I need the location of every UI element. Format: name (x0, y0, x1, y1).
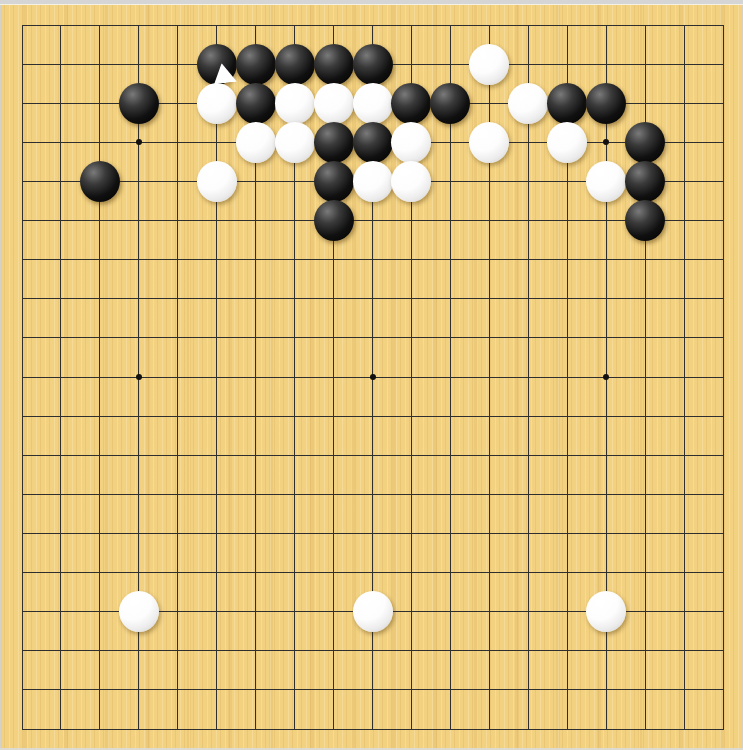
grid-line-vertical (723, 25, 724, 730)
black-stone (547, 83, 587, 124)
grid-line-horizontal (22, 298, 724, 299)
black-stone (314, 122, 354, 163)
black-stone (391, 83, 431, 124)
last-move-marker (212, 61, 237, 83)
white-stone (275, 83, 315, 124)
black-stone (236, 44, 276, 85)
grid-line-vertical (684, 25, 685, 730)
grid-line-horizontal (22, 416, 724, 417)
black-stone (625, 161, 665, 202)
black-stone (119, 83, 159, 124)
black-stone (625, 200, 665, 241)
grid-line-horizontal (22, 220, 724, 221)
star-point (603, 374, 609, 380)
window-left-edge (0, 5, 2, 750)
black-stone (430, 83, 470, 124)
white-stone (314, 83, 354, 124)
window-top-edge (0, 0, 743, 5)
black-stone (80, 161, 120, 202)
grid-line-horizontal (22, 25, 724, 26)
white-stone (275, 122, 315, 163)
go-board[interactable] (0, 0, 743, 750)
black-stone (625, 122, 665, 163)
white-stone (469, 122, 509, 163)
black-stone (314, 44, 354, 85)
grid-line-horizontal (22, 572, 724, 573)
white-stone (236, 122, 276, 163)
white-stone (508, 83, 548, 124)
star-point (370, 374, 376, 380)
white-stone (353, 591, 393, 632)
white-stone (353, 161, 393, 202)
grid-line-horizontal (22, 729, 724, 730)
black-stone (586, 83, 626, 124)
star-point (603, 139, 609, 145)
go-board-screenshot (0, 0, 743, 750)
grid-line-vertical (60, 25, 61, 730)
white-stone (391, 122, 431, 163)
grid-line-vertical (528, 25, 529, 730)
white-stone (197, 83, 237, 124)
star-point (136, 374, 142, 380)
white-stone (391, 161, 431, 202)
grid-line-horizontal (22, 337, 724, 338)
white-stone (119, 591, 159, 632)
grid-line-vertical (22, 25, 23, 730)
white-stone (469, 44, 509, 85)
grid-line-horizontal (22, 259, 724, 260)
white-stone (197, 161, 237, 202)
grid-line-horizontal (22, 533, 724, 534)
white-stone (586, 591, 626, 632)
grid-line-vertical (177, 25, 178, 730)
black-stone (353, 44, 393, 85)
grid-line-horizontal (22, 494, 724, 495)
white-stone (353, 83, 393, 124)
grid-line-vertical (99, 25, 100, 730)
white-stone (586, 161, 626, 202)
grid-line-horizontal (22, 689, 724, 690)
black-stone (236, 83, 276, 124)
black-stone (353, 122, 393, 163)
black-stone (275, 44, 315, 85)
black-stone (314, 161, 354, 202)
grid-line-horizontal (22, 650, 724, 651)
white-stone (547, 122, 587, 163)
black-stone (197, 44, 237, 85)
star-point (136, 139, 142, 145)
grid-line-vertical (450, 25, 451, 730)
grid-line-vertical (216, 25, 217, 730)
grid-line-horizontal (22, 455, 724, 456)
black-stone (314, 200, 354, 241)
